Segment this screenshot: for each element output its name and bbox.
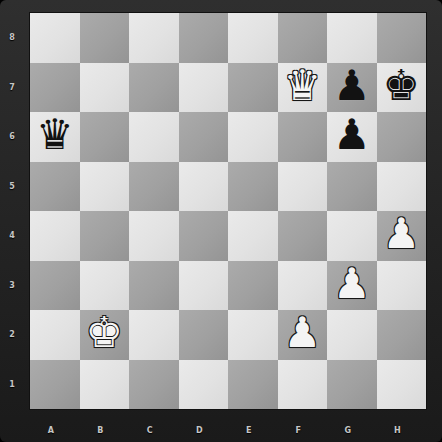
square-g8[interactable]: [327, 13, 377, 63]
square-b7[interactable]: [80, 63, 130, 113]
white-pawn[interactable]: ♟: [382, 209, 420, 259]
square-e3[interactable]: [228, 261, 278, 311]
square-d5[interactable]: [179, 162, 229, 212]
file-label-e: E: [224, 424, 274, 438]
file-label-h: H: [373, 424, 423, 438]
square-d2[interactable]: [179, 310, 229, 360]
square-e2[interactable]: [228, 310, 278, 360]
square-g7[interactable]: ♟: [327, 63, 377, 113]
square-h6[interactable]: [377, 112, 427, 162]
white-king[interactable]: ♚: [85, 308, 123, 358]
square-c4[interactable]: [129, 211, 179, 261]
square-c8[interactable]: [129, 13, 179, 63]
square-d7[interactable]: [179, 63, 229, 113]
square-h2[interactable]: [377, 310, 427, 360]
square-g2[interactable]: [327, 310, 377, 360]
square-e8[interactable]: [228, 13, 278, 63]
square-g3[interactable]: ♟: [327, 261, 377, 311]
square-b5[interactable]: [80, 162, 130, 212]
square-h5[interactable]: [377, 162, 427, 212]
square-a6[interactable]: ♛: [30, 112, 80, 162]
black-pawn[interactable]: ♟: [333, 110, 371, 160]
square-f7[interactable]: ♛: [278, 63, 328, 113]
square-d1[interactable]: [179, 360, 229, 410]
square-c2[interactable]: [129, 310, 179, 360]
square-b8[interactable]: [80, 13, 130, 63]
square-a1[interactable]: [30, 360, 80, 410]
rank-label-3: 3: [0, 261, 24, 311]
black-pawn[interactable]: ♟: [333, 61, 371, 111]
square-f6[interactable]: [278, 112, 328, 162]
rank-label-8: 8: [0, 13, 24, 63]
square-e4[interactable]: [228, 211, 278, 261]
square-h1[interactable]: [377, 360, 427, 410]
square-a2[interactable]: [30, 310, 80, 360]
square-a7[interactable]: [30, 63, 80, 113]
rank-label-7: 7: [0, 63, 24, 113]
square-c1[interactable]: [129, 360, 179, 410]
file-label-a: A: [26, 424, 76, 438]
square-d6[interactable]: [179, 112, 229, 162]
square-g4[interactable]: [327, 211, 377, 261]
square-d3[interactable]: [179, 261, 229, 311]
file-label-d: D: [175, 424, 225, 438]
white-queen[interactable]: ♛: [283, 61, 321, 111]
square-g6[interactable]: ♟: [327, 112, 377, 162]
square-b3[interactable]: [80, 261, 130, 311]
square-c7[interactable]: [129, 63, 179, 113]
square-f1[interactable]: [278, 360, 328, 410]
square-h4[interactable]: ♟: [377, 211, 427, 261]
square-b2[interactable]: ♚: [80, 310, 130, 360]
square-c3[interactable]: [129, 261, 179, 311]
square-f3[interactable]: [278, 261, 328, 311]
square-a4[interactable]: [30, 211, 80, 261]
white-pawn[interactable]: ♟: [333, 259, 371, 309]
square-f2[interactable]: ♟: [278, 310, 328, 360]
square-a8[interactable]: [30, 13, 80, 63]
square-f4[interactable]: [278, 211, 328, 261]
chess-board-frame: ♛♟♚♛♟♟♟♚♟ 87654321 ABCDEFGH: [0, 0, 442, 442]
square-e7[interactable]: [228, 63, 278, 113]
rank-label-4: 4: [0, 211, 24, 261]
square-b1[interactable]: [80, 360, 130, 410]
white-pawn[interactable]: ♟: [283, 308, 321, 358]
black-queen[interactable]: ♛: [36, 110, 74, 160]
square-e1[interactable]: [228, 360, 278, 410]
file-label-f: F: [274, 424, 324, 438]
square-d8[interactable]: [179, 13, 229, 63]
square-h7[interactable]: ♚: [377, 63, 427, 113]
square-g5[interactable]: [327, 162, 377, 212]
square-b6[interactable]: [80, 112, 130, 162]
rank-label-1: 1: [0, 360, 24, 410]
square-a3[interactable]: [30, 261, 80, 311]
square-c6[interactable]: [129, 112, 179, 162]
square-f5[interactable]: [278, 162, 328, 212]
square-h3[interactable]: [377, 261, 427, 311]
square-c5[interactable]: [129, 162, 179, 212]
square-e5[interactable]: [228, 162, 278, 212]
file-label-c: C: [125, 424, 175, 438]
square-d4[interactable]: [179, 211, 229, 261]
square-f8[interactable]: [278, 13, 328, 63]
file-label-b: B: [76, 424, 126, 438]
file-label-g: G: [323, 424, 373, 438]
square-g1[interactable]: [327, 360, 377, 410]
square-h8[interactable]: [377, 13, 427, 63]
black-king[interactable]: ♚: [382, 61, 420, 111]
square-b4[interactable]: [80, 211, 130, 261]
square-e6[interactable]: [228, 112, 278, 162]
square-a5[interactable]: [30, 162, 80, 212]
chess-board: ♛♟♚♛♟♟♟♚♟: [30, 13, 426, 409]
rank-label-6: 6: [0, 112, 24, 162]
rank-label-5: 5: [0, 162, 24, 212]
rank-label-2: 2: [0, 310, 24, 360]
